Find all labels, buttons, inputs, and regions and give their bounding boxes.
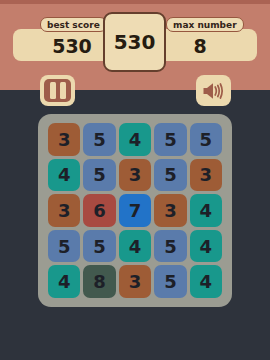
- tile-4: 4: [190, 265, 222, 298]
- tile-4: 4: [190, 230, 222, 263]
- tile-7: 7: [119, 194, 151, 227]
- current-score-box: 530: [103, 12, 166, 72]
- tile-4: 4: [119, 123, 151, 156]
- best-score-label: best score: [40, 17, 107, 32]
- tile-4: 4: [190, 194, 222, 227]
- tile-5: 5: [48, 230, 80, 263]
- sound-button[interactable]: [196, 75, 231, 106]
- max-number-label: max number: [166, 17, 244, 32]
- pause-button[interactable]: [40, 75, 75, 106]
- tile-4: 4: [48, 265, 80, 298]
- max-number-value: 8: [168, 35, 232, 57]
- tile-8: 8: [83, 265, 115, 298]
- current-score-value: 530: [114, 30, 156, 54]
- tile-3: 3: [48, 194, 80, 227]
- tile-4: 4: [48, 159, 80, 192]
- tile-5: 5: [190, 123, 222, 156]
- tile-4: 4: [119, 230, 151, 263]
- tile-3: 3: [119, 159, 151, 192]
- tile-3: 3: [119, 265, 151, 298]
- tile-5: 5: [154, 230, 186, 263]
- tile-5: 5: [154, 265, 186, 298]
- tile-5: 5: [154, 123, 186, 156]
- tile-3: 3: [48, 123, 80, 156]
- speaker-icon: [202, 81, 226, 101]
- tile-5: 5: [154, 159, 186, 192]
- board[interactable]: 3545545353367345545448354: [38, 114, 232, 307]
- pause-icon: [44, 79, 71, 102]
- header: best score 530 max number 8 530: [0, 0, 270, 90]
- tile-3: 3: [154, 194, 186, 227]
- best-score-value: 530: [40, 35, 104, 57]
- tile-5: 5: [83, 230, 115, 263]
- tile-5: 5: [83, 123, 115, 156]
- header-top-strip: [0, 0, 270, 4]
- tile-5: 5: [83, 159, 115, 192]
- tile-6: 6: [83, 194, 115, 227]
- tile-3: 3: [190, 159, 222, 192]
